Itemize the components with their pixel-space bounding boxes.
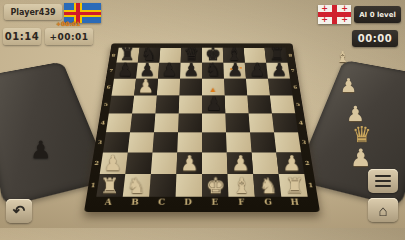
bonus-time-float: +00:01 [56,20,80,27]
captured-white-queen: ♛ [352,124,372,146]
square-h6[interactable] [268,79,293,96]
black-pawn-c7[interactable]: ♟ [161,62,177,79]
white-rook-a1[interactable]: ♜ [100,177,119,197]
white-bishop-f1[interactable]: ♝ [232,177,251,197]
file-label-B: B [122,198,149,207]
square-c3[interactable] [152,132,178,152]
square-b3[interactable] [128,132,154,152]
white-pawn-d2[interactable]: ♟ [180,154,199,174]
file-label-H: H [281,198,309,207]
hamburger-icon [375,175,391,177]
white-rook-h1[interactable]: ♜ [285,177,304,197]
menu-button[interactable] [368,169,398,193]
square-f3[interactable] [226,132,252,152]
square-a3[interactable] [103,132,130,152]
square-b2[interactable] [125,153,152,174]
square-c2[interactable] [151,153,177,174]
square-e7[interactable]: ♞ [202,63,224,79]
rank-label-8: 8 [286,53,295,58]
undo-arrow-icon: ↶ [13,202,26,220]
square-b5[interactable] [132,96,157,114]
square-c5[interactable] [155,96,179,114]
square-d6[interactable] [179,79,202,96]
square-d5[interactable] [179,96,202,114]
captured-black-pawn: ♟ [30,138,52,162]
square-f5[interactable] [225,96,249,114]
square-d1[interactable] [176,174,202,197]
rank-label-2: 2 [91,159,101,166]
square-h4[interactable] [272,113,298,132]
black-pawn-a7[interactable]: ♟ [117,62,133,79]
rank-label-2: 2 [302,159,312,166]
square-e3[interactable] [202,132,227,152]
white-bonus-time: +00:01 [45,28,93,45]
square-c6[interactable] [157,79,180,96]
square-h5[interactable] [270,96,295,114]
square-a2[interactable]: ♟ [100,153,128,174]
square-c1[interactable] [149,174,176,197]
captured-white-bishop: ♝ [336,50,349,65]
white-knight-b1[interactable]: ♞ [126,177,145,197]
square-g4[interactable] [249,113,274,132]
square-h3[interactable] [274,132,301,152]
black-clock: 00:00 [352,30,398,47]
square-g7[interactable]: ♟ [245,63,268,79]
white-clock: 01:14 [3,28,41,45]
square-g2[interactable] [252,153,279,174]
rank-label-3: 3 [299,139,309,146]
captured-white-pawn: ♟ [340,76,357,95]
file-label-D: D [175,198,202,207]
black-pawn-e5[interactable]: ♟ [205,96,222,114]
rank-label-8: 8 [109,53,118,58]
square-b4[interactable] [130,113,155,132]
chess-board[interactable]: ♜♞♛♚♝♜♟♟♟♟♞♟♟♟♟♟▲♟♟♟♟♜♞♚♝♞♜ [96,48,307,197]
rank-label-5: 5 [293,101,302,107]
captured-white-pawn: ♟ [350,146,372,170]
square-b6[interactable]: ♟ [134,79,158,96]
square-a1[interactable]: ♜ [96,174,125,197]
square-h7[interactable]: ♟ [266,63,290,79]
square-a6[interactable] [111,79,136,96]
white-pawn-h2[interactable]: ♟ [282,154,301,174]
rank-label-4: 4 [98,120,108,126]
black-knight-e7[interactable]: ♞ [205,62,221,79]
white-pawn-f2[interactable]: ♟ [231,154,250,174]
black-player-name: AI 0 level [354,6,401,23]
white-pawn-a2[interactable]: ♟ [103,154,122,174]
crosslet-icon: + [341,16,348,23]
rank-label-1: 1 [88,181,99,189]
rank-label-3: 3 [95,139,105,146]
square-f2[interactable]: ♟ [227,153,253,174]
square-e4[interactable] [202,113,226,132]
black-pawn-h7[interactable]: ♟ [271,62,287,79]
square-g6[interactable] [246,79,270,96]
rank-label-5: 5 [101,101,110,107]
square-a7[interactable]: ♟ [114,63,138,79]
rank-label-4: 4 [296,120,306,126]
home-icon: ⌂ [378,202,387,219]
square-c4[interactable] [154,113,179,132]
square-g3[interactable] [250,132,276,152]
square-g1[interactable]: ♞ [253,174,281,197]
file-label-A: A [95,198,123,207]
file-label-G: G [255,198,282,207]
undo-button[interactable]: ↶ [6,199,32,223]
square-f4[interactable] [225,113,250,132]
black-pawn-d7[interactable]: ♟ [183,62,199,79]
square-e2[interactable] [202,153,228,174]
chess-board-frame: ♜♞♛♚♝♜♟♟♟♟♞♟♟♟♟♟▲♟♟♟♟♜♞♚♝♞♜ ABCDEFGH8877… [84,43,320,212]
square-e5[interactable]: ♟▲ [202,96,225,114]
file-label-C: C [148,198,175,207]
black-pawn-g7[interactable]: ♟ [249,62,265,79]
square-h2[interactable]: ♟ [276,153,304,174]
rank-label-1: 1 [305,181,316,189]
square-f7[interactable]: ♟ [223,63,246,79]
square-h1[interactable]: ♜ [279,174,308,197]
crosslet-icon: + [341,5,348,12]
rank-label-7: 7 [288,68,297,73]
square-g5[interactable] [247,96,272,114]
square-d4[interactable] [178,113,202,132]
white-king-e1[interactable]: ♚ [206,177,225,197]
white-player-name: Player439 [4,4,62,20]
rank-label-6: 6 [291,84,300,90]
georgia-flag-icon: + + + + [318,5,351,24]
square-f6[interactable] [224,79,247,96]
square-d7[interactable]: ♟ [180,63,202,79]
black-pawn-f7[interactable]: ♟ [227,62,243,79]
crosslet-icon: + [321,5,328,12]
white-pawn-b6[interactable]: ♟ [137,78,154,96]
square-d2[interactable]: ♟ [176,153,202,174]
white-knight-g1[interactable]: ♞ [258,177,277,197]
rank-label-7: 7 [107,68,116,73]
square-e1[interactable]: ♚ [202,174,228,197]
square-f1[interactable]: ♝ [228,174,255,197]
file-label-F: F [228,198,255,207]
square-a5[interactable] [109,96,134,114]
file-label-E: E [202,198,229,207]
square-c7[interactable]: ♟ [158,63,181,79]
square-d3[interactable] [177,132,202,152]
crosslet-icon: + [321,16,328,23]
rank-label-6: 6 [104,84,113,90]
home-button[interactable]: ⌂ [368,198,398,222]
square-b1[interactable]: ♞ [123,174,151,197]
square-a4[interactable] [106,113,132,132]
